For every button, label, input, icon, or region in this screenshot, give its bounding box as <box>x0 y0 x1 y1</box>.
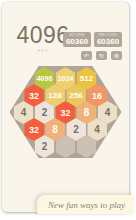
promo-banner-text: New fun ways to play <box>48 200 125 210</box>
undo-button[interactable]: ↶ <box>81 51 92 60</box>
score-badge: SCORE 60360 <box>63 32 91 47</box>
score-badges: SCORE 60360 RECORD 60360 <box>63 32 122 47</box>
undo-icon: ↶ <box>84 51 89 60</box>
promo-banner[interactable]: New fun ways to play <box>37 195 134 214</box>
best-badge: RECORD 60360 <box>94 32 122 47</box>
score-value: 60360 <box>66 37 88 46</box>
game-subtitle: hex <box>15 48 71 53</box>
settings-button[interactable]: ⚙ <box>111 51 122 60</box>
hex-board-grid: 409610245123212825616423284328242 <box>13 67 118 152</box>
hex-board[interactable]: 409610245123212825616423284328242 <box>10 66 122 158</box>
best-value: 60360 <box>97 37 119 46</box>
restart-icon: ↻ <box>99 51 104 60</box>
restart-button[interactable]: ↻ <box>96 51 107 60</box>
gear-icon: ⚙ <box>114 51 119 60</box>
toolbar: ↶ ↻ ⚙ <box>81 51 122 60</box>
app-card: 4096 hex SCORE 60360 RECORD 60360 ↶ ↻ ⚙ … <box>2 2 129 212</box>
